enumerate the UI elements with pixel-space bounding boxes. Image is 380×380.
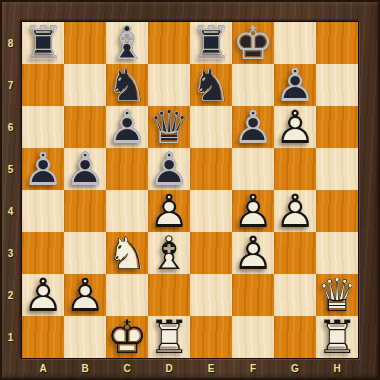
square-d5[interactable]: ♟♙ bbox=[148, 148, 190, 190]
black-rook-glyph-outline: ♖ bbox=[190, 22, 232, 64]
square-d2[interactable] bbox=[148, 274, 190, 316]
square-d1[interactable]: ♜♖ bbox=[148, 316, 190, 358]
piece-white-knight[interactable]: ♞♘ bbox=[106, 232, 148, 274]
square-g1[interactable] bbox=[274, 316, 316, 358]
white-pawn-glyph-outline: ♙ bbox=[232, 190, 274, 232]
piece-black-bishop[interactable]: ♝♗ bbox=[106, 22, 148, 64]
black-king-glyph-outline: ♔ bbox=[232, 22, 274, 64]
square-g3[interactable] bbox=[274, 232, 316, 274]
square-e5[interactable] bbox=[190, 148, 232, 190]
square-a1[interactable] bbox=[22, 316, 64, 358]
piece-black-knight[interactable]: ♞♘ bbox=[190, 64, 232, 106]
square-h2[interactable]: ♛♕ bbox=[316, 274, 358, 316]
black-pawn-glyph-outline: ♙ bbox=[106, 106, 148, 148]
file-label-d: D bbox=[148, 358, 190, 379]
square-a6[interactable] bbox=[22, 106, 64, 148]
file-label-g: G bbox=[274, 358, 316, 379]
square-g4[interactable]: ♟♙ bbox=[274, 190, 316, 232]
chess-board: ♜♖♝♗♜♖♚♔♞♘♞♘♟♙♟♙♛♕♟♙♟♙♟♙♟♙♟♙♟♙♟♙♟♙♞♘♝♗♟♙… bbox=[21, 21, 359, 359]
white-knight-glyph-fill: ♞ bbox=[106, 232, 148, 274]
piece-white-pawn[interactable]: ♟♙ bbox=[232, 232, 274, 274]
black-pawn-glyph-outline: ♙ bbox=[22, 148, 64, 190]
square-e2[interactable] bbox=[190, 274, 232, 316]
piece-white-queen[interactable]: ♛♕ bbox=[316, 274, 358, 316]
file-label-h: H bbox=[316, 358, 358, 379]
square-d8[interactable] bbox=[148, 22, 190, 64]
square-b1[interactable] bbox=[64, 316, 106, 358]
square-b5[interactable]: ♟♙ bbox=[64, 148, 106, 190]
file-label-e: E bbox=[190, 358, 232, 379]
piece-black-pawn[interactable]: ♟♙ bbox=[22, 148, 64, 190]
square-f5[interactable] bbox=[232, 148, 274, 190]
white-rook-glyph-fill: ♜ bbox=[148, 316, 190, 358]
piece-black-pawn[interactable]: ♟♙ bbox=[274, 64, 316, 106]
black-rook-glyph-fill: ♜ bbox=[22, 22, 64, 64]
piece-white-rook[interactable]: ♜♖ bbox=[316, 316, 358, 358]
white-king-glyph-fill: ♚ bbox=[106, 316, 148, 358]
rank-label-1: 1 bbox=[0, 316, 21, 358]
square-f8[interactable]: ♚♔ bbox=[232, 22, 274, 64]
square-d4[interactable]: ♟♙ bbox=[148, 190, 190, 232]
square-g6[interactable]: ♟♙ bbox=[274, 106, 316, 148]
white-bishop-glyph-fill: ♝ bbox=[148, 232, 190, 274]
white-pawn-glyph-fill: ♟ bbox=[232, 232, 274, 274]
square-b8[interactable] bbox=[64, 22, 106, 64]
white-pawn-glyph-fill: ♟ bbox=[148, 190, 190, 232]
black-queen-glyph-outline: ♕ bbox=[148, 106, 190, 148]
square-d7[interactable] bbox=[148, 64, 190, 106]
file-labels: ABCDEFGH bbox=[22, 358, 358, 379]
square-c1[interactable]: ♚♔ bbox=[106, 316, 148, 358]
white-pawn-glyph-fill: ♟ bbox=[22, 274, 64, 316]
piece-black-knight[interactable]: ♞♘ bbox=[106, 64, 148, 106]
black-king-glyph-fill: ♚ bbox=[232, 22, 274, 64]
black-knight-glyph-fill: ♞ bbox=[106, 64, 148, 106]
rank-label-3: 3 bbox=[0, 232, 21, 274]
square-e1[interactable] bbox=[190, 316, 232, 358]
square-c5[interactable] bbox=[106, 148, 148, 190]
rank-label-2: 2 bbox=[0, 274, 21, 316]
piece-white-bishop[interactable]: ♝♗ bbox=[148, 232, 190, 274]
rank-label-4: 4 bbox=[0, 190, 21, 232]
square-e7[interactable]: ♞♘ bbox=[190, 64, 232, 106]
white-pawn-glyph-outline: ♙ bbox=[274, 190, 316, 232]
square-f4[interactable]: ♟♙ bbox=[232, 190, 274, 232]
piece-white-pawn[interactable]: ♟♙ bbox=[64, 274, 106, 316]
white-pawn-glyph-outline: ♙ bbox=[64, 274, 106, 316]
square-c7[interactable]: ♞♘ bbox=[106, 64, 148, 106]
white-bishop-glyph-outline: ♗ bbox=[148, 232, 190, 274]
square-a5[interactable]: ♟♙ bbox=[22, 148, 64, 190]
square-c6[interactable]: ♟♙ bbox=[106, 106, 148, 148]
square-f6[interactable]: ♟♙ bbox=[232, 106, 274, 148]
square-g8[interactable] bbox=[274, 22, 316, 64]
file-label-c: C bbox=[106, 358, 148, 379]
piece-black-pawn[interactable]: ♟♙ bbox=[148, 148, 190, 190]
white-pawn-glyph-fill: ♟ bbox=[274, 190, 316, 232]
piece-white-king[interactable]: ♚♔ bbox=[106, 316, 148, 358]
square-f7[interactable] bbox=[232, 64, 274, 106]
piece-white-pawn[interactable]: ♟♙ bbox=[274, 106, 316, 148]
black-bishop-glyph-fill: ♝ bbox=[106, 22, 148, 64]
file-label-f: F bbox=[232, 358, 274, 379]
black-pawn-glyph-outline: ♙ bbox=[232, 106, 274, 148]
black-pawn-glyph-outline: ♙ bbox=[148, 148, 190, 190]
piece-white-pawn[interactable]: ♟♙ bbox=[274, 190, 316, 232]
white-pawn-glyph-fill: ♟ bbox=[274, 106, 316, 148]
square-a2[interactable]: ♟♙ bbox=[22, 274, 64, 316]
chess-board-window: 87654321 ABCDEFGH ♜♖♝♗♜♖♚♔♞♘♞♘♟♙♟♙♛♕♟♙♟♙… bbox=[0, 0, 380, 380]
white-queen-glyph-outline: ♕ bbox=[316, 274, 358, 316]
black-pawn-glyph-fill: ♟ bbox=[64, 148, 106, 190]
black-bishop-glyph-outline: ♗ bbox=[106, 22, 148, 64]
black-knight-glyph-outline: ♘ bbox=[106, 64, 148, 106]
square-b6[interactable] bbox=[64, 106, 106, 148]
square-h4[interactable] bbox=[316, 190, 358, 232]
square-b4[interactable] bbox=[64, 190, 106, 232]
square-a3[interactable] bbox=[22, 232, 64, 274]
square-c4[interactable] bbox=[106, 190, 148, 232]
white-rook-glyph-fill: ♜ bbox=[316, 316, 358, 358]
white-rook-glyph-outline: ♖ bbox=[148, 316, 190, 358]
square-f3[interactable]: ♟♙ bbox=[232, 232, 274, 274]
square-g2[interactable] bbox=[274, 274, 316, 316]
square-c8[interactable]: ♝♗ bbox=[106, 22, 148, 64]
rank-label-6: 6 bbox=[0, 106, 21, 148]
white-pawn-glyph-outline: ♙ bbox=[232, 232, 274, 274]
white-pawn-glyph-outline: ♙ bbox=[274, 106, 316, 148]
square-h3[interactable] bbox=[316, 232, 358, 274]
piece-black-pawn[interactable]: ♟♙ bbox=[232, 106, 274, 148]
square-a7[interactable] bbox=[22, 64, 64, 106]
black-queen-glyph-fill: ♛ bbox=[148, 106, 190, 148]
file-label-b: B bbox=[64, 358, 106, 379]
black-pawn-glyph-fill: ♟ bbox=[22, 148, 64, 190]
square-e6[interactable] bbox=[190, 106, 232, 148]
black-pawn-glyph-fill: ♟ bbox=[274, 64, 316, 106]
black-pawn-glyph-outline: ♙ bbox=[274, 64, 316, 106]
square-d6[interactable]: ♛♕ bbox=[148, 106, 190, 148]
white-pawn-glyph-outline: ♙ bbox=[148, 190, 190, 232]
piece-white-pawn[interactable]: ♟♙ bbox=[22, 274, 64, 316]
black-pawn-glyph-fill: ♟ bbox=[106, 106, 148, 148]
square-f1[interactable] bbox=[232, 316, 274, 358]
square-h5[interactable] bbox=[316, 148, 358, 190]
piece-white-pawn[interactable]: ♟♙ bbox=[232, 190, 274, 232]
black-knight-glyph-fill: ♞ bbox=[190, 64, 232, 106]
piece-black-queen[interactable]: ♛♕ bbox=[148, 106, 190, 148]
square-e3[interactable] bbox=[190, 232, 232, 274]
black-knight-glyph-outline: ♘ bbox=[190, 64, 232, 106]
black-rook-glyph-outline: ♖ bbox=[22, 22, 64, 64]
white-pawn-glyph-fill: ♟ bbox=[64, 274, 106, 316]
square-g5[interactable] bbox=[274, 148, 316, 190]
square-a4[interactable] bbox=[22, 190, 64, 232]
piece-black-rook[interactable]: ♜♖ bbox=[190, 22, 232, 64]
rank-labels: 87654321 bbox=[0, 22, 21, 358]
file-label-a: A bbox=[22, 358, 64, 379]
black-pawn-glyph-fill: ♟ bbox=[148, 148, 190, 190]
square-e4[interactable] bbox=[190, 190, 232, 232]
white-knight-glyph-outline: ♘ bbox=[106, 232, 148, 274]
square-a8[interactable]: ♜♖ bbox=[22, 22, 64, 64]
square-b3[interactable] bbox=[64, 232, 106, 274]
white-pawn-glyph-outline: ♙ bbox=[22, 274, 64, 316]
black-pawn-glyph-fill: ♟ bbox=[232, 106, 274, 148]
white-queen-glyph-fill: ♛ bbox=[316, 274, 358, 316]
square-c3[interactable]: ♞♘ bbox=[106, 232, 148, 274]
square-e8[interactable]: ♜♖ bbox=[190, 22, 232, 64]
square-b2[interactable]: ♟♙ bbox=[64, 274, 106, 316]
black-rook-glyph-fill: ♜ bbox=[190, 22, 232, 64]
square-h8[interactable] bbox=[316, 22, 358, 64]
piece-black-rook[interactable]: ♜♖ bbox=[22, 22, 64, 64]
square-c2[interactable] bbox=[106, 274, 148, 316]
white-king-glyph-outline: ♔ bbox=[106, 316, 148, 358]
square-g7[interactable]: ♟♙ bbox=[274, 64, 316, 106]
black-pawn-glyph-outline: ♙ bbox=[64, 148, 106, 190]
piece-white-rook[interactable]: ♜♖ bbox=[148, 316, 190, 358]
piece-black-pawn[interactable]: ♟♙ bbox=[64, 148, 106, 190]
square-d3[interactable]: ♝♗ bbox=[148, 232, 190, 274]
rank-label-7: 7 bbox=[0, 64, 21, 106]
square-h1[interactable]: ♜♖ bbox=[316, 316, 358, 358]
rank-label-5: 5 bbox=[0, 148, 21, 190]
rank-label-8: 8 bbox=[0, 22, 21, 64]
white-pawn-glyph-fill: ♟ bbox=[232, 190, 274, 232]
square-f2[interactable] bbox=[232, 274, 274, 316]
square-h7[interactable] bbox=[316, 64, 358, 106]
piece-black-king[interactable]: ♚♔ bbox=[232, 22, 274, 64]
square-h6[interactable] bbox=[316, 106, 358, 148]
piece-white-pawn[interactable]: ♟♙ bbox=[148, 190, 190, 232]
white-rook-glyph-outline: ♖ bbox=[316, 316, 358, 358]
piece-black-pawn[interactable]: ♟♙ bbox=[106, 106, 148, 148]
square-b7[interactable] bbox=[64, 64, 106, 106]
